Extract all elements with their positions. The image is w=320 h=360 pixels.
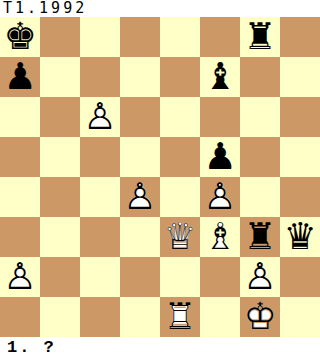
- square-h8[interactable]: [280, 17, 320, 57]
- square-h5[interactable]: [280, 137, 320, 177]
- black-rook[interactable]: ♜: [243, 217, 276, 257]
- square-g5[interactable]: [240, 137, 280, 177]
- square-a6[interactable]: [0, 97, 40, 137]
- white-rook[interactable]: ♜♖: [163, 297, 196, 337]
- square-f2[interactable]: [200, 257, 240, 297]
- square-e6[interactable]: [160, 97, 200, 137]
- square-h7[interactable]: [280, 57, 320, 97]
- square-g7[interactable]: [240, 57, 280, 97]
- piece-outline-layer: ♖: [163, 295, 196, 338]
- square-a5[interactable]: [0, 137, 40, 177]
- square-h1[interactable]: [280, 297, 320, 337]
- white-bishop[interactable]: ♝♗: [203, 217, 236, 257]
- square-b2[interactable]: [40, 257, 80, 297]
- square-c2[interactable]: [80, 257, 120, 297]
- square-f6[interactable]: [200, 97, 240, 137]
- square-a2[interactable]: ♟♙: [0, 257, 40, 297]
- square-d6[interactable]: [120, 97, 160, 137]
- black-rook[interactable]: ♜: [243, 17, 276, 57]
- black-bishop[interactable]: ♝: [203, 57, 236, 97]
- square-d2[interactable]: [120, 257, 160, 297]
- square-d5[interactable]: [120, 137, 160, 177]
- piece-outline-layer: ♙: [243, 255, 276, 298]
- black-pawn[interactable]: ♟: [3, 57, 36, 97]
- square-b1[interactable]: [40, 297, 80, 337]
- square-c7[interactable]: [80, 57, 120, 97]
- piece-outline-layer: ♙: [203, 175, 236, 218]
- white-king[interactable]: ♚♔: [243, 297, 276, 337]
- square-e2[interactable]: [160, 257, 200, 297]
- square-f7[interactable]: ♝: [200, 57, 240, 97]
- square-h2[interactable]: [280, 257, 320, 297]
- white-pawn[interactable]: ♟♙: [203, 177, 236, 217]
- square-e1[interactable]: ♜♖: [160, 297, 200, 337]
- square-h6[interactable]: [280, 97, 320, 137]
- square-a7[interactable]: ♟: [0, 57, 40, 97]
- square-f3[interactable]: ♝♗: [200, 217, 240, 257]
- square-c8[interactable]: [80, 17, 120, 57]
- white-queen[interactable]: ♛♕: [163, 217, 196, 257]
- square-a4[interactable]: [0, 177, 40, 217]
- white-pawn[interactable]: ♟♙: [243, 257, 276, 297]
- square-a3[interactable]: [0, 217, 40, 257]
- square-h3[interactable]: ♛: [280, 217, 320, 257]
- black-queen[interactable]: ♛: [283, 217, 316, 257]
- black-king[interactable]: ♚: [3, 17, 36, 57]
- square-f1[interactable]: [200, 297, 240, 337]
- square-f4[interactable]: ♟♙: [200, 177, 240, 217]
- square-b8[interactable]: [40, 17, 80, 57]
- square-h4[interactable]: [280, 177, 320, 217]
- square-b5[interactable]: [40, 137, 80, 177]
- square-b4[interactable]: [40, 177, 80, 217]
- square-e7[interactable]: [160, 57, 200, 97]
- square-g1[interactable]: ♚♔: [240, 297, 280, 337]
- chess-diagram-app: T1.1992 ♚♜♟♝♟♙♟♟♙♟♙♛♕♝♗♜♛♟♙♟♙♜♖♚♔ 1. ?: [0, 0, 320, 360]
- white-pawn[interactable]: ♟♙: [3, 257, 36, 297]
- piece-outline-layer: ♔: [243, 295, 276, 338]
- square-c6[interactable]: ♟♙: [80, 97, 120, 137]
- square-a8[interactable]: ♚: [0, 17, 40, 57]
- square-d1[interactable]: [120, 297, 160, 337]
- white-pawn[interactable]: ♟♙: [83, 97, 116, 137]
- square-b6[interactable]: [40, 97, 80, 137]
- square-e8[interactable]: [160, 17, 200, 57]
- square-g8[interactable]: ♜: [240, 17, 280, 57]
- square-d3[interactable]: [120, 217, 160, 257]
- square-g6[interactable]: [240, 97, 280, 137]
- piece-outline-layer: ♕: [163, 215, 196, 258]
- square-e5[interactable]: [160, 137, 200, 177]
- square-b7[interactable]: [40, 57, 80, 97]
- square-g3[interactable]: ♜: [240, 217, 280, 257]
- square-c4[interactable]: [80, 177, 120, 217]
- square-f8[interactable]: [200, 17, 240, 57]
- square-b3[interactable]: [40, 217, 80, 257]
- piece-outline-layer: ♙: [3, 255, 36, 298]
- square-g2[interactable]: ♟♙: [240, 257, 280, 297]
- square-c3[interactable]: [80, 217, 120, 257]
- square-a1[interactable]: [0, 297, 40, 337]
- square-g4[interactable]: [240, 177, 280, 217]
- piece-outline-layer: ♗: [203, 215, 236, 258]
- square-c5[interactable]: [80, 137, 120, 177]
- move-prompt: 1. ?: [7, 338, 56, 358]
- black-pawn[interactable]: ♟: [203, 137, 236, 177]
- chess-board: ♚♜♟♝♟♙♟♟♙♟♙♛♕♝♗♜♛♟♙♟♙♜♖♚♔: [0, 17, 320, 337]
- square-d8[interactable]: [120, 17, 160, 57]
- diagram-title: T1.1992: [3, 0, 87, 16]
- piece-outline-layer: ♙: [83, 95, 116, 138]
- square-c1[interactable]: [80, 297, 120, 337]
- square-d4[interactable]: ♟♙: [120, 177, 160, 217]
- square-e4[interactable]: [160, 177, 200, 217]
- square-e3[interactable]: ♛♕: [160, 217, 200, 257]
- white-pawn[interactable]: ♟♙: [123, 177, 156, 217]
- piece-outline-layer: ♙: [123, 175, 156, 218]
- square-d7[interactable]: [120, 57, 160, 97]
- square-f5[interactable]: ♟: [200, 137, 240, 177]
